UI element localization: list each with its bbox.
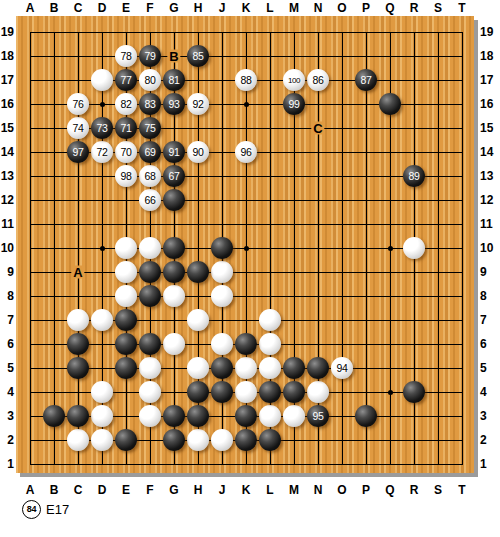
row-label-right-7: 7	[480, 313, 500, 327]
row-label-left-5: 5	[0, 361, 14, 375]
black-stone-move-83: 83	[139, 93, 161, 115]
grid-line	[30, 272, 463, 273]
column-label-bottom-L: L	[260, 483, 280, 497]
star-point	[388, 390, 393, 395]
column-label-bottom-P: P	[356, 483, 376, 497]
row-label-right-4: 4	[480, 385, 500, 399]
row-label-right-1: 1	[480, 457, 500, 471]
column-label-bottom-D: D	[92, 483, 112, 497]
row-label-right-15: 15	[480, 121, 500, 135]
white-stone-E8	[115, 285, 137, 307]
star-point	[244, 102, 249, 107]
white-stone-move-78: 78	[115, 45, 137, 67]
row-label-left-2: 2	[0, 433, 14, 447]
black-stone-K3	[235, 405, 257, 427]
black-stone-move-67: 67	[163, 165, 185, 187]
caption: 84 E17	[22, 500, 69, 518]
white-stone-move-92: 92	[187, 93, 209, 115]
row-label-left-15: 15	[0, 121, 14, 135]
black-stone-move-75: 75	[139, 117, 161, 139]
white-stone-move-100: 100	[283, 69, 305, 91]
black-stone-P3	[355, 405, 377, 427]
white-stone-F5	[139, 357, 161, 379]
white-stone-D4	[91, 381, 113, 403]
white-stone-D7	[91, 309, 113, 331]
column-label-bottom-N: N	[308, 483, 328, 497]
black-stone-Q16	[379, 93, 401, 115]
black-stone-move-87: 87	[355, 69, 377, 91]
row-label-right-8: 8	[480, 289, 500, 303]
black-stone-M5	[283, 357, 305, 379]
black-stone-N5	[307, 357, 329, 379]
column-label-top-D: D	[92, 1, 112, 15]
black-stone-move-93: 93	[163, 93, 185, 115]
column-label-top-M: M	[284, 1, 304, 15]
row-label-left-19: 19	[0, 25, 14, 39]
black-stone-E6	[115, 333, 137, 355]
grid-line	[462, 32, 463, 465]
white-stone-H5	[187, 357, 209, 379]
black-stone-F8	[139, 285, 161, 307]
white-stone-G8	[163, 285, 185, 307]
black-stone-C6	[67, 333, 89, 355]
column-label-top-F: F	[140, 1, 160, 15]
row-label-right-2: 2	[480, 433, 500, 447]
row-label-right-13: 13	[480, 169, 500, 183]
black-stone-H9	[187, 261, 209, 283]
white-stone-E9	[115, 261, 137, 283]
white-stone-move-80: 80	[139, 69, 161, 91]
column-label-top-H: H	[188, 1, 208, 15]
column-label-top-E: E	[116, 1, 136, 15]
grid-line	[30, 464, 463, 465]
white-stone-move-72: 72	[91, 141, 113, 163]
column-label-bottom-T: T	[452, 483, 472, 497]
white-stone-L7	[259, 309, 281, 331]
white-stone-move-98: 98	[115, 165, 137, 187]
star-point	[244, 246, 249, 251]
column-label-top-B: B	[44, 1, 64, 15]
white-stone-F3	[139, 405, 161, 427]
column-label-top-K: K	[236, 1, 256, 15]
white-stone-move-88: 88	[235, 69, 257, 91]
column-label-top-N: N	[308, 1, 328, 15]
star-point	[388, 246, 393, 251]
black-stone-L2	[259, 429, 281, 451]
black-stone-G9	[163, 261, 185, 283]
row-label-right-9: 9	[480, 265, 500, 279]
white-stone-N4	[307, 381, 329, 403]
row-label-right-17: 17	[480, 73, 500, 87]
white-stone-J6	[211, 333, 233, 355]
black-stone-move-81: 81	[163, 69, 185, 91]
white-stone-move-86: 86	[307, 69, 329, 91]
column-label-bottom-M: M	[284, 483, 304, 497]
black-stone-M4	[283, 381, 305, 403]
white-stone-J2	[211, 429, 233, 451]
black-stone-move-69: 69	[139, 141, 161, 163]
white-stone-D2	[91, 429, 113, 451]
row-label-right-6: 6	[480, 337, 500, 351]
white-stone-E10	[115, 237, 137, 259]
column-label-bottom-Q: Q	[380, 483, 400, 497]
star-point	[100, 102, 105, 107]
white-stone-C2	[67, 429, 89, 451]
column-label-bottom-O: O	[332, 483, 352, 497]
grid-line	[30, 296, 463, 297]
black-stone-G10	[163, 237, 185, 259]
white-stone-F4	[139, 381, 161, 403]
white-stone-move-66: 66	[139, 189, 161, 211]
row-label-left-12: 12	[0, 193, 14, 207]
column-label-bottom-K: K	[236, 483, 256, 497]
white-stone-L5	[259, 357, 281, 379]
column-label-top-C: C	[68, 1, 88, 15]
black-stone-G3	[163, 405, 185, 427]
black-stone-J5	[211, 357, 233, 379]
row-label-right-10: 10	[480, 241, 500, 255]
white-stone-K5	[235, 357, 257, 379]
black-stone-F9	[139, 261, 161, 283]
white-stone-D3	[91, 405, 113, 427]
row-label-right-3: 3	[480, 409, 500, 423]
black-stone-move-91: 91	[163, 141, 185, 163]
black-stone-C3	[67, 405, 89, 427]
column-label-top-A: A	[20, 1, 40, 15]
row-label-left-18: 18	[0, 49, 14, 63]
black-stone-C5	[67, 357, 89, 379]
black-stone-J10	[211, 237, 233, 259]
column-label-bottom-A: A	[20, 483, 40, 497]
white-stone-H2	[187, 429, 209, 451]
white-stone-move-68: 68	[139, 165, 161, 187]
white-move-circle: 84	[22, 500, 41, 519]
black-stone-move-73: 73	[91, 117, 113, 139]
column-label-bottom-E: E	[116, 483, 136, 497]
white-stone-F10	[139, 237, 161, 259]
white-stone-J8	[211, 285, 233, 307]
column-label-top-Q: Q	[380, 1, 400, 15]
column-label-bottom-H: H	[188, 483, 208, 497]
row-label-left-6: 6	[0, 337, 14, 351]
black-stone-E7	[115, 309, 137, 331]
black-stone-K6	[235, 333, 257, 355]
row-label-left-3: 3	[0, 409, 14, 423]
white-stone-move-70: 70	[115, 141, 137, 163]
white-stone-move-90: 90	[187, 141, 209, 163]
grid-line	[366, 32, 367, 465]
black-stone-R4	[403, 381, 425, 403]
row-label-left-17: 17	[0, 73, 14, 87]
white-stone-C7	[67, 309, 89, 331]
black-stone-F6	[139, 333, 161, 355]
black-stone-G2	[163, 429, 185, 451]
black-stone-E5	[115, 357, 137, 379]
row-label-left-9: 9	[0, 265, 14, 279]
black-stone-L4	[259, 381, 281, 403]
black-stone-move-97: 97	[67, 141, 89, 163]
black-stone-move-95: 95	[307, 405, 329, 427]
row-label-right-14: 14	[480, 145, 500, 159]
column-label-top-J: J	[212, 1, 232, 15]
white-stone-J9	[211, 261, 233, 283]
white-stone-G6	[163, 333, 185, 355]
white-stone-K4	[235, 381, 257, 403]
black-stone-G12	[163, 189, 185, 211]
column-label-bottom-G: G	[164, 483, 184, 497]
star-point	[100, 246, 105, 251]
black-stone-K2	[235, 429, 257, 451]
white-stone-move-74: 74	[67, 117, 89, 139]
white-stone-H7	[187, 309, 209, 331]
white-stone-L6	[259, 333, 281, 355]
column-label-top-O: O	[332, 1, 352, 15]
white-stone-L3	[259, 405, 281, 427]
row-label-left-14: 14	[0, 145, 14, 159]
black-stone-H3	[187, 405, 209, 427]
black-stone-move-85: 85	[187, 45, 209, 67]
row-label-left-7: 7	[0, 313, 14, 327]
row-label-right-19: 19	[480, 25, 500, 39]
column-label-top-G: G	[164, 1, 184, 15]
column-label-bottom-J: J	[212, 483, 232, 497]
white-stone-move-96: 96	[235, 141, 257, 163]
row-label-left-1: 1	[0, 457, 14, 471]
board-letter-C: C	[311, 122, 324, 135]
column-label-top-R: R	[404, 1, 424, 15]
row-label-right-5: 5	[480, 361, 500, 375]
grid-line	[342, 32, 343, 465]
black-stone-move-79: 79	[139, 45, 161, 67]
column-label-bottom-B: B	[44, 483, 64, 497]
caption-location: E17	[46, 502, 69, 517]
white-stone-R10	[403, 237, 425, 259]
row-label-left-13: 13	[0, 169, 14, 183]
column-label-top-S: S	[428, 1, 448, 15]
row-label-left-8: 8	[0, 289, 14, 303]
row-label-left-11: 11	[0, 217, 14, 231]
black-stone-J4	[211, 381, 233, 403]
row-label-right-18: 18	[480, 49, 500, 63]
column-label-top-P: P	[356, 1, 376, 15]
column-label-bottom-S: S	[428, 483, 448, 497]
grid-line	[438, 32, 439, 465]
column-label-top-L: L	[260, 1, 280, 15]
row-label-right-11: 11	[480, 217, 500, 231]
column-label-bottom-C: C	[68, 483, 88, 497]
row-label-right-12: 12	[480, 193, 500, 207]
white-stone-move-76: 76	[67, 93, 89, 115]
row-label-right-16: 16	[480, 97, 500, 111]
white-stone-move-94: 94	[331, 357, 353, 379]
board-letter-A: A	[71, 266, 84, 279]
column-label-bottom-R: R	[404, 483, 424, 497]
black-stone-move-89: 89	[403, 165, 425, 187]
go-diagram: ABC6667686970717273747576777879808182838…	[0, 0, 500, 537]
row-label-left-4: 4	[0, 385, 14, 399]
column-label-bottom-F: F	[140, 483, 160, 497]
black-stone-move-99: 99	[283, 93, 305, 115]
go-board[interactable]: ABC6667686970717273747576777879808182838…	[16, 16, 474, 473]
black-stone-H4	[187, 381, 209, 403]
black-stone-move-71: 71	[115, 117, 137, 139]
white-stone-D17	[91, 69, 113, 91]
row-label-left-10: 10	[0, 241, 14, 255]
black-stone-E2	[115, 429, 137, 451]
black-stone-B3	[43, 405, 65, 427]
column-label-top-T: T	[452, 1, 472, 15]
board-letter-B: B	[167, 50, 180, 63]
row-label-left-16: 16	[0, 97, 14, 111]
white-stone-move-82: 82	[115, 93, 137, 115]
black-stone-move-77: 77	[115, 69, 137, 91]
white-stone-M3	[283, 405, 305, 427]
